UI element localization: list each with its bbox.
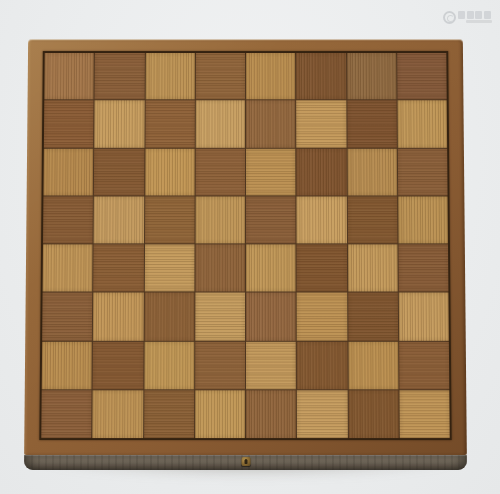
board-square [145, 53, 195, 100]
board-square [246, 341, 296, 389]
watermark-glyph [484, 11, 491, 19]
board-square [94, 196, 144, 243]
watermark-logo-icon [443, 11, 456, 24]
board-square [348, 390, 398, 438]
board-square [44, 53, 94, 100]
board-square [347, 244, 397, 291]
board-square [94, 101, 144, 148]
board-square [297, 341, 347, 389]
auction-watermark [443, 7, 497, 27]
board-square [397, 53, 447, 100]
board-square [347, 53, 397, 100]
board-square [195, 390, 245, 438]
board-square [297, 148, 347, 195]
board-square [246, 196, 296, 243]
watermark-text-blocks [458, 11, 492, 23]
board-square [42, 293, 92, 341]
board-square [43, 148, 93, 195]
board-square [399, 341, 449, 389]
board-square [399, 390, 450, 438]
board-square [144, 293, 194, 341]
watermark-glyph [467, 11, 474, 19]
board-square [145, 148, 195, 195]
board-square [195, 148, 245, 195]
board-square [93, 341, 143, 389]
board-square [195, 293, 245, 341]
board-square [246, 148, 296, 195]
board-square [297, 244, 347, 291]
chessboard [39, 51, 451, 440]
board-square [297, 293, 347, 341]
board-square [246, 293, 296, 341]
watermark-glyph [458, 11, 465, 19]
board-square [144, 341, 194, 389]
board-square [144, 244, 194, 291]
watermark-subtext-bar [466, 20, 492, 23]
board-square [348, 293, 398, 341]
board-square [93, 244, 143, 291]
board-square [398, 196, 448, 243]
board-square [246, 53, 295, 100]
board-square [92, 390, 142, 438]
board-square [347, 196, 397, 243]
board-square [95, 53, 145, 100]
board-square [195, 341, 245, 389]
board-square [398, 244, 448, 291]
board-square [397, 101, 447, 148]
board-square [145, 196, 195, 243]
board-square [195, 244, 245, 291]
board-square [195, 101, 245, 148]
board-square [195, 196, 245, 243]
board-square [297, 390, 347, 438]
board-square [348, 341, 398, 389]
board-square [144, 390, 194, 438]
box-side-band [24, 455, 467, 470]
board-square [246, 101, 296, 148]
board-square [42, 341, 92, 389]
board-square [41, 390, 92, 438]
board-square [246, 244, 296, 291]
board-square [196, 53, 245, 100]
board-square [43, 196, 93, 243]
board-square [94, 148, 144, 195]
board-square [399, 293, 449, 341]
board-square [145, 101, 195, 148]
board-square [297, 196, 347, 243]
brass-clasp-icon [241, 457, 250, 466]
board-square [44, 101, 94, 148]
board-frame [24, 40, 467, 456]
board-square [93, 293, 143, 341]
board-square [43, 244, 93, 291]
watermark-glyph [475, 11, 482, 19]
wooden-games-box [24, 40, 467, 470]
board-square [347, 148, 397, 195]
board-square [398, 148, 448, 195]
board-square [296, 101, 346, 148]
board-square [246, 390, 296, 438]
board-square [296, 53, 346, 100]
board-square [347, 101, 397, 148]
